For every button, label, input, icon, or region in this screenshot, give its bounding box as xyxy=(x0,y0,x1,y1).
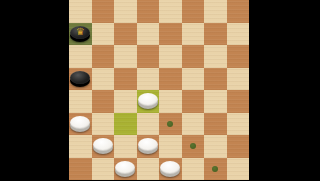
square-c8[interactable] xyxy=(114,0,137,23)
square-b1[interactable] xyxy=(92,158,115,181)
white-man[interactable] xyxy=(115,161,135,177)
square-d4[interactable] xyxy=(137,90,160,113)
square-c2[interactable] xyxy=(114,135,137,158)
white-man[interactable] xyxy=(138,93,158,109)
square-g5[interactable] xyxy=(204,68,227,91)
white-man[interactable] xyxy=(160,161,180,177)
square-c7[interactable] xyxy=(114,23,137,46)
square-g3[interactable] xyxy=(204,113,227,136)
square-c4[interactable] xyxy=(114,90,137,113)
square-f4[interactable] xyxy=(182,90,205,113)
piece-top xyxy=(70,71,90,84)
white-man[interactable] xyxy=(93,138,113,154)
square-c6[interactable] xyxy=(114,45,137,68)
square-f8[interactable] xyxy=(182,0,205,23)
white-man[interactable] xyxy=(70,116,90,132)
square-d6[interactable] xyxy=(137,45,160,68)
piece-top xyxy=(160,161,180,174)
square-e3[interactable] xyxy=(159,113,182,136)
square-b2[interactable] xyxy=(92,135,115,158)
move-hint-dot[interactable] xyxy=(212,166,218,172)
square-a4[interactable] xyxy=(69,90,92,113)
king-crown-icon: ♛ xyxy=(76,27,85,37)
square-g4[interactable] xyxy=(204,90,227,113)
square-h1[interactable] xyxy=(227,158,250,181)
square-a3[interactable] xyxy=(69,113,92,136)
square-f7[interactable] xyxy=(182,23,205,46)
square-e5[interactable] xyxy=(159,68,182,91)
piece-top xyxy=(115,161,135,174)
square-e4[interactable] xyxy=(159,90,182,113)
square-a1[interactable] xyxy=(69,158,92,181)
square-a2[interactable] xyxy=(69,135,92,158)
square-b7[interactable] xyxy=(92,23,115,46)
square-f5[interactable] xyxy=(182,68,205,91)
square-f6[interactable] xyxy=(182,45,205,68)
black-man[interactable] xyxy=(70,71,90,87)
square-d2[interactable] xyxy=(137,135,160,158)
square-h2[interactable] xyxy=(227,135,250,158)
square-d8[interactable] xyxy=(137,0,160,23)
move-hint-dot[interactable] xyxy=(190,143,196,149)
square-d5[interactable] xyxy=(137,68,160,91)
square-f3[interactable] xyxy=(182,113,205,136)
square-g7[interactable] xyxy=(204,23,227,46)
square-e1[interactable] xyxy=(159,158,182,181)
square-d3[interactable] xyxy=(137,113,160,136)
square-f1[interactable] xyxy=(182,158,205,181)
square-a5[interactable] xyxy=(69,68,92,91)
piece-top xyxy=(70,116,90,129)
square-e6[interactable] xyxy=(159,45,182,68)
square-c3[interactable] xyxy=(114,113,137,136)
square-e7[interactable] xyxy=(159,23,182,46)
black-king[interactable]: ♛ xyxy=(70,26,90,42)
square-b6[interactable] xyxy=(92,45,115,68)
square-e2[interactable] xyxy=(159,135,182,158)
square-g6[interactable] xyxy=(204,45,227,68)
square-c1[interactable] xyxy=(114,158,137,181)
app-background: ♛ xyxy=(0,0,320,180)
square-b8[interactable] xyxy=(92,0,115,23)
square-h4[interactable] xyxy=(227,90,250,113)
square-b5[interactable] xyxy=(92,68,115,91)
square-g2[interactable] xyxy=(204,135,227,158)
square-a8[interactable] xyxy=(69,0,92,23)
square-g1[interactable] xyxy=(204,158,227,181)
square-h7[interactable] xyxy=(227,23,250,46)
square-f2[interactable] xyxy=(182,135,205,158)
square-a7[interactable]: ♛ xyxy=(69,23,92,46)
square-h8[interactable] xyxy=(227,0,250,23)
white-man[interactable] xyxy=(138,138,158,154)
square-b3[interactable] xyxy=(92,113,115,136)
square-b4[interactable] xyxy=(92,90,115,113)
square-a6[interactable] xyxy=(69,45,92,68)
square-h6[interactable] xyxy=(227,45,250,68)
square-h5[interactable] xyxy=(227,68,250,91)
square-g8[interactable] xyxy=(204,0,227,23)
square-e8[interactable] xyxy=(159,0,182,23)
square-h3[interactable] xyxy=(227,113,250,136)
square-d1[interactable] xyxy=(137,158,160,181)
move-hint-dot[interactable] xyxy=(167,121,173,127)
square-c5[interactable] xyxy=(114,68,137,91)
checkers-board: ♛ xyxy=(69,0,249,180)
square-d7[interactable] xyxy=(137,23,160,46)
